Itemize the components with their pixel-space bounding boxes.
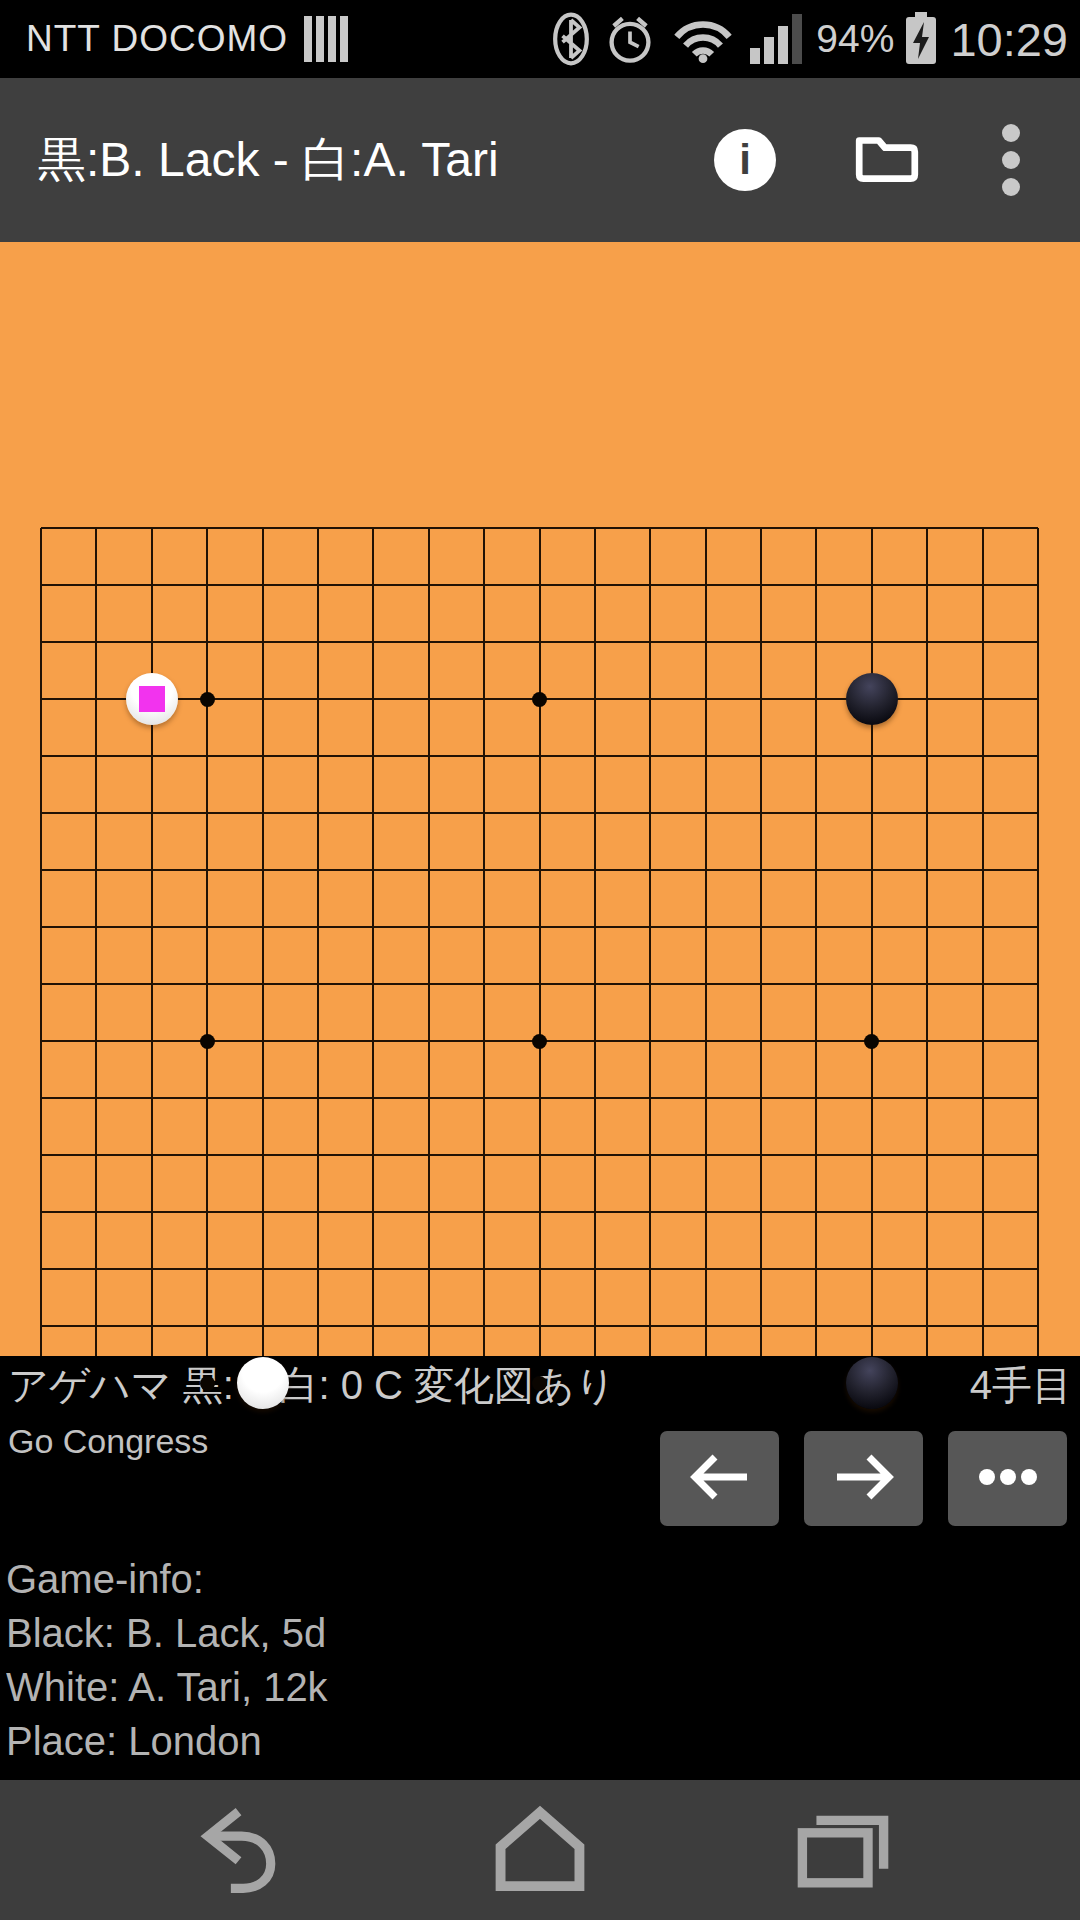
board-cell[interactable] <box>900 1070 955 1127</box>
board-cell[interactable] <box>456 1013 511 1070</box>
board-cell[interactable] <box>179 500 234 557</box>
board-cell[interactable] <box>567 785 622 842</box>
board-cell[interactable] <box>290 899 345 956</box>
board-cell[interactable] <box>13 1184 68 1241</box>
board-cell[interactable] <box>13 1127 68 1184</box>
more-options-button[interactable] <box>948 1431 1067 1526</box>
board-cell[interactable] <box>456 1070 511 1127</box>
board-cell[interactable] <box>789 785 844 842</box>
board-cell[interactable] <box>567 1127 622 1184</box>
board-cell[interactable] <box>124 728 179 785</box>
board-cell[interactable] <box>623 500 678 557</box>
board-cell[interactable] <box>235 842 290 899</box>
board-cell[interactable] <box>1010 671 1065 728</box>
board-cell[interactable] <box>678 956 733 1013</box>
board-cell[interactable] <box>235 1127 290 1184</box>
board-cell[interactable] <box>179 1127 234 1184</box>
board-cell[interactable] <box>512 671 567 728</box>
board-cell[interactable] <box>401 671 456 728</box>
board-cell[interactable] <box>567 1013 622 1070</box>
board-cell[interactable] <box>955 1298 1010 1355</box>
app-bar: 黒:B. Lack - 白:A. Tari i <box>0 78 1080 242</box>
board-cell[interactable] <box>512 1241 567 1298</box>
board-cell[interactable] <box>623 1127 678 1184</box>
go-board[interactable] <box>0 242 1080 1356</box>
board-cell[interactable] <box>567 614 622 671</box>
board-cell[interactable] <box>567 956 622 1013</box>
board-cell[interactable] <box>1010 728 1065 785</box>
board-cell[interactable] <box>235 500 290 557</box>
board-cell[interactable] <box>401 1013 456 1070</box>
board-cell[interactable] <box>733 1070 788 1127</box>
board-cell[interactable] <box>844 1298 899 1355</box>
info-button[interactable]: i <box>714 129 776 191</box>
board-cell[interactable] <box>900 1127 955 1184</box>
board-cell[interactable] <box>401 842 456 899</box>
board-cell[interactable] <box>69 1241 124 1298</box>
board-cell[interactable] <box>124 671 179 728</box>
board-cell[interactable] <box>733 500 788 557</box>
board-cell[interactable] <box>235 1070 290 1127</box>
board-cell[interactable] <box>844 671 899 728</box>
board-cell[interactable] <box>789 899 844 956</box>
board-cell[interactable] <box>401 899 456 956</box>
board-cell[interactable] <box>623 614 678 671</box>
board-cell[interactable] <box>567 1298 622 1355</box>
board-cell[interactable] <box>13 899 68 956</box>
board-cell[interactable] <box>844 1013 899 1070</box>
board-cell[interactable] <box>179 899 234 956</box>
board-cell[interactable] <box>955 500 1010 557</box>
board-cell[interactable] <box>567 842 622 899</box>
board-cell[interactable] <box>623 1241 678 1298</box>
board-cell[interactable] <box>733 728 788 785</box>
board-cell[interactable] <box>900 1184 955 1241</box>
board-cell[interactable] <box>179 1241 234 1298</box>
board-cell[interactable] <box>69 785 124 842</box>
board-cell[interactable] <box>13 1241 68 1298</box>
board-cell[interactable] <box>567 899 622 956</box>
board-cell[interactable] <box>900 557 955 614</box>
board-cell[interactable] <box>69 500 124 557</box>
board-cell[interactable] <box>789 842 844 899</box>
board-cell[interactable] <box>678 899 733 956</box>
board-cell[interactable] <box>69 956 124 1013</box>
next-move-button[interactable] <box>804 1431 923 1526</box>
board-cell[interactable] <box>733 1127 788 1184</box>
board-cell[interactable] <box>733 1241 788 1298</box>
board-cell[interactable] <box>456 842 511 899</box>
board-cell[interactable] <box>955 956 1010 1013</box>
board-cell[interactable] <box>1010 1013 1065 1070</box>
board-cell[interactable] <box>290 614 345 671</box>
board-cell[interactable] <box>13 557 68 614</box>
board-cell[interactable] <box>456 671 511 728</box>
board-cell[interactable] <box>512 500 567 557</box>
board-cell[interactable] <box>235 671 290 728</box>
board-cell[interactable] <box>13 1013 68 1070</box>
board-cell[interactable] <box>733 1298 788 1355</box>
board-cell[interactable] <box>235 1241 290 1298</box>
board-cell[interactable] <box>346 500 401 557</box>
board-cell[interactable] <box>567 500 622 557</box>
board-cell[interactable] <box>733 1013 788 1070</box>
board-cell[interactable] <box>955 899 1010 956</box>
board-cell[interactable] <box>235 899 290 956</box>
board-cell[interactable] <box>900 842 955 899</box>
board-cell[interactable] <box>789 1070 844 1127</box>
board-cell[interactable] <box>69 671 124 728</box>
board-cell[interactable] <box>13 614 68 671</box>
board-cell[interactable] <box>900 614 955 671</box>
board-cell[interactable] <box>124 1184 179 1241</box>
board-cell[interactable] <box>1010 500 1065 557</box>
board-cell[interactable] <box>1010 899 1065 956</box>
board-cell[interactable] <box>346 842 401 899</box>
board-cell[interactable] <box>623 1184 678 1241</box>
board-cell[interactable] <box>623 728 678 785</box>
back-button[interactable] <box>187 1804 287 1896</box>
board-cell[interactable] <box>290 728 345 785</box>
board-cell[interactable] <box>179 785 234 842</box>
board-cell[interactable] <box>900 1241 955 1298</box>
board-cell[interactable] <box>456 557 511 614</box>
board-cell[interactable] <box>844 899 899 956</box>
board-cell[interactable] <box>733 956 788 1013</box>
board-cell[interactable] <box>124 899 179 956</box>
board-cell[interactable] <box>346 1013 401 1070</box>
board-cell[interactable] <box>456 728 511 785</box>
board-cell[interactable] <box>512 1184 567 1241</box>
board-cell[interactable] <box>844 614 899 671</box>
board-cell[interactable] <box>346 899 401 956</box>
board-cell[interactable] <box>733 671 788 728</box>
board-cell[interactable] <box>512 1298 567 1355</box>
open-file-button[interactable] <box>852 130 922 190</box>
board-cell[interactable] <box>346 557 401 614</box>
home-button[interactable] <box>487 1804 593 1896</box>
board-cell[interactable] <box>512 956 567 1013</box>
board-cell[interactable] <box>179 557 234 614</box>
board-cell[interactable] <box>401 1298 456 1355</box>
previous-move-button[interactable] <box>660 1431 779 1526</box>
board-cell[interactable] <box>290 500 345 557</box>
board-cell[interactable] <box>13 500 68 557</box>
board-cell[interactable] <box>623 671 678 728</box>
board-cell[interactable] <box>1010 1241 1065 1298</box>
board-cell[interactable] <box>456 614 511 671</box>
board-cell[interactable] <box>401 500 456 557</box>
board-cell[interactable] <box>678 671 733 728</box>
board-cell[interactable] <box>124 785 179 842</box>
board-cell[interactable] <box>623 1013 678 1070</box>
board-cell[interactable] <box>844 785 899 842</box>
board-cell[interactable] <box>290 1241 345 1298</box>
board-cell[interactable] <box>678 614 733 671</box>
board-cell[interactable] <box>456 1241 511 1298</box>
captures-label: アゲハマ 黒: 0 白: 0 C 変化図あり <box>8 1360 616 1410</box>
board-cell[interactable] <box>13 1070 68 1127</box>
board-cell[interactable] <box>623 557 678 614</box>
board-cell[interactable] <box>789 614 844 671</box>
board-cell[interactable] <box>235 557 290 614</box>
board-cell[interactable] <box>346 1241 401 1298</box>
board-cell[interactable] <box>290 1127 345 1184</box>
board-cell[interactable] <box>789 1298 844 1355</box>
board-cell[interactable] <box>844 956 899 1013</box>
board-cell[interactable] <box>789 1013 844 1070</box>
board-cell[interactable] <box>1010 1127 1065 1184</box>
board-cell[interactable] <box>733 899 788 956</box>
board-cell[interactable] <box>733 614 788 671</box>
board-cell[interactable] <box>733 1184 788 1241</box>
board-cell[interactable] <box>401 1184 456 1241</box>
board-cell[interactable] <box>290 956 345 1013</box>
board-cell[interactable] <box>678 842 733 899</box>
board-cell[interactable] <box>678 1127 733 1184</box>
board-cell[interactable] <box>346 1298 401 1355</box>
board-cell[interactable] <box>567 1241 622 1298</box>
board-cell[interactable] <box>1010 614 1065 671</box>
board-cell[interactable] <box>179 842 234 899</box>
black-stone <box>846 673 898 725</box>
board-cell[interactable] <box>955 728 1010 785</box>
board-cell[interactable] <box>13 842 68 899</box>
board-cell[interactable] <box>1010 557 1065 614</box>
board-cell[interactable] <box>13 956 68 1013</box>
board-cell[interactable] <box>567 671 622 728</box>
board-cell[interactable] <box>290 1070 345 1127</box>
board-cell[interactable] <box>179 956 234 1013</box>
board-cell[interactable] <box>955 785 1010 842</box>
board-cell[interactable] <box>789 1184 844 1241</box>
board-cell[interactable] <box>1010 842 1065 899</box>
board-cell[interactable] <box>955 1241 1010 1298</box>
board-cell[interactable] <box>124 614 179 671</box>
board-cell[interactable] <box>346 1070 401 1127</box>
board-cell[interactable] <box>456 1184 511 1241</box>
board-cell[interactable] <box>290 671 345 728</box>
board-cell[interactable] <box>678 500 733 557</box>
board-cell[interactable] <box>567 728 622 785</box>
board-cell[interactable] <box>13 671 68 728</box>
board-cell[interactable] <box>69 899 124 956</box>
board-cell[interactable] <box>456 1127 511 1184</box>
board-cell[interactable] <box>235 728 290 785</box>
board-cell[interactable] <box>69 614 124 671</box>
folder-icon <box>852 172 922 189</box>
board-cell[interactable] <box>733 785 788 842</box>
board-cell[interactable] <box>290 1184 345 1241</box>
board-cell[interactable] <box>69 1127 124 1184</box>
board-cell[interactable] <box>179 671 234 728</box>
board-cell[interactable] <box>623 842 678 899</box>
board-cell[interactable] <box>844 728 899 785</box>
board-cell[interactable] <box>124 1070 179 1127</box>
board-cell[interactable] <box>512 614 567 671</box>
board-cell[interactable] <box>844 842 899 899</box>
board-cell[interactable] <box>512 728 567 785</box>
board-cell[interactable] <box>955 1184 1010 1241</box>
board-cell[interactable] <box>1010 1298 1065 1355</box>
board-cell[interactable] <box>623 899 678 956</box>
board-cell[interactable] <box>678 1070 733 1127</box>
board-cell[interactable] <box>512 1070 567 1127</box>
board-cell[interactable] <box>844 557 899 614</box>
board-cell[interactable] <box>179 728 234 785</box>
board-cell[interactable] <box>235 1013 290 1070</box>
board-cell[interactable] <box>401 728 456 785</box>
board-cell[interactable] <box>789 1127 844 1184</box>
board-cell[interactable] <box>401 1241 456 1298</box>
board-cell[interactable] <box>955 842 1010 899</box>
board-cell[interactable] <box>346 1184 401 1241</box>
overflow-menu-button[interactable] <box>1002 124 1020 196</box>
board-cell[interactable] <box>623 1070 678 1127</box>
board-cell[interactable] <box>124 1241 179 1298</box>
board-cell[interactable] <box>844 1184 899 1241</box>
board-cell[interactable] <box>69 1013 124 1070</box>
board-cell[interactable] <box>1010 1070 1065 1127</box>
board-cell[interactable] <box>900 1298 955 1355</box>
board-cell[interactable] <box>955 1070 1010 1127</box>
recents-button[interactable] <box>793 1805 893 1895</box>
board-cell[interactable] <box>290 557 345 614</box>
board-cell[interactable] <box>69 1184 124 1241</box>
board-cell[interactable] <box>789 500 844 557</box>
board-cell[interactable] <box>678 557 733 614</box>
board-cell[interactable] <box>900 500 955 557</box>
board-cell[interactable] <box>124 557 179 614</box>
board-cell[interactable] <box>69 557 124 614</box>
board-cell[interactable] <box>346 671 401 728</box>
board-cell[interactable] <box>179 614 234 671</box>
board-cell[interactable] <box>900 1013 955 1070</box>
board-cell[interactable] <box>124 1298 179 1355</box>
board-cell[interactable] <box>235 956 290 1013</box>
board-cell[interactable] <box>456 956 511 1013</box>
board-cell[interactable] <box>401 785 456 842</box>
board-cell[interactable] <box>678 1184 733 1241</box>
board-cell[interactable] <box>69 1070 124 1127</box>
board-cell[interactable] <box>623 785 678 842</box>
board-cell[interactable] <box>512 1013 567 1070</box>
board-cell[interactable] <box>235 614 290 671</box>
board-cell[interactable] <box>678 1013 733 1070</box>
board-cell[interactable] <box>512 785 567 842</box>
board-cell[interactable] <box>844 1070 899 1127</box>
board-cell[interactable] <box>789 557 844 614</box>
board-cell[interactable] <box>955 1127 1010 1184</box>
board-cell[interactable] <box>456 1298 511 1355</box>
board-cell[interactable] <box>955 614 1010 671</box>
board-cell[interactable] <box>69 728 124 785</box>
board-cell[interactable] <box>955 1013 1010 1070</box>
board-cell[interactable] <box>346 728 401 785</box>
board-cell[interactable] <box>678 728 733 785</box>
board-cell[interactable] <box>512 557 567 614</box>
board-cell[interactable] <box>623 1298 678 1355</box>
board-cell[interactable] <box>124 500 179 557</box>
board-cell[interactable] <box>900 728 955 785</box>
board-cell[interactable] <box>900 671 955 728</box>
board-cell[interactable] <box>955 557 1010 614</box>
board-cell[interactable] <box>179 1013 234 1070</box>
board-cell[interactable] <box>456 500 511 557</box>
board-cell[interactable] <box>733 557 788 614</box>
board-cell[interactable] <box>124 842 179 899</box>
board-cell[interactable] <box>13 1298 68 1355</box>
board-cell[interactable] <box>290 785 345 842</box>
board-cell[interactable] <box>235 1298 290 1355</box>
board-cell[interactable] <box>1010 956 1065 1013</box>
board-cell[interactable] <box>844 500 899 557</box>
board-cell[interactable] <box>678 1298 733 1355</box>
board-cell[interactable] <box>13 728 68 785</box>
board-cell[interactable] <box>733 842 788 899</box>
board-cell[interactable] <box>789 1241 844 1298</box>
board-cell[interactable] <box>124 1013 179 1070</box>
board-cell[interactable] <box>678 1241 733 1298</box>
board-cell[interactable] <box>678 785 733 842</box>
board-cell[interactable] <box>456 899 511 956</box>
board-cell[interactable] <box>13 785 68 842</box>
board-cell[interactable] <box>401 1070 456 1127</box>
board-cell[interactable] <box>290 1298 345 1355</box>
screen: NTT DOCOMO <box>0 0 1080 1920</box>
board-cell[interactable] <box>844 1127 899 1184</box>
board-cell[interactable] <box>179 1184 234 1241</box>
board-cell[interactable] <box>456 785 511 842</box>
board-cell[interactable] <box>789 728 844 785</box>
board-cell[interactable] <box>290 1013 345 1070</box>
board-cell[interactable] <box>235 1184 290 1241</box>
board-cell[interactable] <box>401 1127 456 1184</box>
board-cell[interactable] <box>623 956 678 1013</box>
board-cell[interactable] <box>235 785 290 842</box>
board-cell[interactable] <box>900 899 955 956</box>
board-cell[interactable] <box>124 1127 179 1184</box>
board-cell[interactable] <box>401 956 456 1013</box>
board-cell[interactable] <box>401 557 456 614</box>
board-cell[interactable] <box>512 842 567 899</box>
board-cell[interactable] <box>900 956 955 1013</box>
board-cell[interactable] <box>567 557 622 614</box>
board-cell[interactable] <box>789 956 844 1013</box>
board-cell[interactable] <box>1010 785 1065 842</box>
board-cell[interactable] <box>69 842 124 899</box>
board-cell[interactable] <box>567 1070 622 1127</box>
board-cell[interactable] <box>844 1241 899 1298</box>
board-cell[interactable] <box>346 1127 401 1184</box>
board-cell[interactable] <box>567 1184 622 1241</box>
board-cell[interactable] <box>401 614 456 671</box>
board-cell[interactable] <box>900 785 955 842</box>
board-cell[interactable] <box>346 614 401 671</box>
board-cell[interactable] <box>179 1298 234 1355</box>
board-cell[interactable] <box>346 956 401 1013</box>
board-cell[interactable] <box>346 785 401 842</box>
board-cell[interactable] <box>179 1070 234 1127</box>
board-cell[interactable] <box>124 956 179 1013</box>
board-cell[interactable] <box>512 899 567 956</box>
board-cell[interactable] <box>789 671 844 728</box>
board-cell[interactable] <box>512 1127 567 1184</box>
board-cell[interactable] <box>290 842 345 899</box>
board-cell[interactable] <box>69 1298 124 1355</box>
board-cell[interactable] <box>955 671 1010 728</box>
board-cell[interactable] <box>1010 1184 1065 1241</box>
